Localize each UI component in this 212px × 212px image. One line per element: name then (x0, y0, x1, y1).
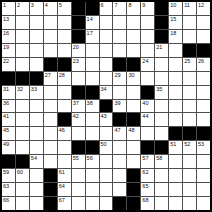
cell-r14c14[interactable] (183, 183, 196, 196)
black-cell-r14c4 (44, 183, 57, 196)
cell-r1c1[interactable]: 1 (2, 2, 15, 15)
cell-r7c3[interactable]: 33 (30, 86, 43, 99)
black-cell-r15c4 (44, 197, 57, 210)
cell-r8c6[interactable]: 37 (72, 100, 85, 113)
clue-number: 18 (170, 30, 176, 36)
cell-r2c7[interactable]: 14 (86, 16, 99, 29)
cell-r2c4[interactable] (44, 16, 57, 29)
black-cell-r11c7 (86, 141, 99, 154)
cell-r12c14[interactable] (183, 155, 196, 168)
cell-r11c2[interactable] (16, 141, 29, 154)
black-cell-r10c14 (183, 127, 196, 140)
cell-r15c6[interactable] (72, 197, 85, 210)
clue-number: 64 (59, 183, 65, 189)
cell-r6c7[interactable] (86, 72, 99, 85)
cell-r15c13[interactable] (169, 197, 182, 210)
cell-r11c15[interactable]: 53 (197, 141, 210, 154)
black-cell-r13c4 (44, 169, 57, 182)
clue-number: 48 (128, 127, 134, 133)
clue-number: 58 (156, 155, 162, 161)
cell-r3c5[interactable] (58, 30, 71, 43)
cell-r10c10[interactable]: 48 (127, 127, 140, 140)
cell-r8c10[interactable] (127, 100, 140, 113)
cell-r8c5[interactable] (58, 100, 71, 113)
cell-r12c9[interactable] (113, 155, 126, 168)
black-cell-r11c11 (141, 141, 154, 154)
cell-r6c11[interactable] (141, 72, 154, 85)
cell-r13c12[interactable] (155, 169, 168, 182)
clue-number: 19 (3, 44, 9, 50)
cell-r9c12[interactable] (155, 113, 168, 126)
cell-r3c10[interactable] (127, 30, 140, 43)
clue-number: 32 (17, 86, 23, 92)
clue-number: 47 (114, 127, 120, 133)
cell-r1c5[interactable]: 5 (58, 2, 71, 15)
cell-r10c6[interactable] (72, 127, 85, 140)
cell-r10c3[interactable] (30, 127, 43, 140)
cell-r8c14[interactable] (183, 100, 196, 113)
black-cell-r15c10 (127, 197, 140, 210)
cell-r11c3[interactable] (30, 141, 43, 154)
clue-number: 67 (59, 197, 65, 203)
clue-number: 33 (31, 86, 37, 92)
cell-r6c14[interactable] (183, 72, 196, 85)
cell-r1c11[interactable]: 9 (141, 2, 154, 15)
cell-r5c11[interactable]: 24 (141, 58, 154, 71)
cell-r4c11[interactable] (141, 44, 154, 57)
cell-r13c7[interactable] (86, 169, 99, 182)
black-cell-r6c2 (16, 72, 29, 85)
black-cell-r13c10 (127, 169, 140, 182)
cell-r1c13[interactable]: 10 (169, 2, 182, 15)
black-cell-r9c9 (113, 113, 126, 126)
black-cell-r4c14 (183, 44, 196, 57)
cell-r10c9[interactable]: 47 (113, 127, 126, 140)
clue-number: 66 (3, 197, 9, 203)
clue-number: 22 (3, 58, 9, 64)
clue-number: 5 (59, 2, 62, 8)
cell-r7c9[interactable] (113, 86, 126, 99)
clue-number: 4 (45, 2, 48, 8)
clue-number: 60 (17, 169, 23, 175)
clue-number: 1 (3, 2, 6, 8)
cell-r6c12[interactable] (155, 72, 168, 85)
clue-number: 54 (31, 155, 37, 161)
clue-number: 62 (142, 169, 148, 175)
clue-number: 2 (17, 2, 20, 8)
cell-r15c3[interactable] (30, 197, 43, 210)
clue-number: 39 (114, 100, 120, 106)
clue-number: 44 (142, 113, 148, 119)
black-cell-r9c5 (58, 113, 71, 126)
cell-r3c1[interactable]: 16 (2, 30, 15, 43)
clue-number: 17 (87, 30, 93, 36)
cell-r9c8[interactable]: 43 (100, 113, 113, 126)
cell-r9c4[interactable] (44, 113, 57, 126)
clue-number: 16 (3, 30, 9, 36)
cell-r9c2[interactable] (16, 113, 29, 126)
cell-r3c14[interactable] (183, 30, 196, 43)
cell-r5c8[interactable] (100, 58, 113, 71)
cell-r11c9[interactable] (113, 141, 126, 154)
cell-r14c2[interactable] (16, 183, 29, 196)
black-cell-r15c9 (113, 197, 126, 210)
cell-r1c15[interactable]: 12 (197, 2, 210, 15)
clue-number: 55 (73, 155, 79, 161)
clue-number: 11 (184, 2, 190, 8)
cell-r13c9[interactable] (113, 169, 126, 182)
cell-r7c13[interactable] (169, 86, 182, 99)
clue-number: 57 (142, 155, 148, 161)
cell-r7c4[interactable] (44, 86, 57, 99)
black-cell-r6c3 (30, 72, 43, 85)
cell-r12c12[interactable]: 58 (155, 155, 168, 168)
cell-r2c5[interactable] (58, 16, 71, 29)
clue-number: 65 (142, 183, 148, 189)
cell-r15c2[interactable] (16, 197, 29, 210)
cell-r4c1[interactable]: 19 (2, 44, 15, 57)
cell-r13c8[interactable] (100, 169, 113, 182)
cell-r7c15[interactable] (197, 86, 210, 99)
clue-number: 3 (31, 2, 34, 8)
cell-r1c8[interactable]: 6 (100, 2, 113, 15)
clue-number: 36 (3, 100, 9, 106)
cell-r2c2[interactable] (16, 16, 29, 29)
cell-r12c6[interactable]: 55 (72, 155, 85, 168)
cell-r5c14[interactable]: 25 (183, 58, 196, 71)
cell-r4c5[interactable] (58, 44, 71, 57)
cell-r6c6[interactable] (72, 72, 85, 85)
black-cell-r8c8 (100, 100, 113, 113)
black-cell-r12c1 (2, 155, 15, 168)
black-cell-r11c12 (155, 141, 168, 154)
cell-r6c10[interactable]: 30 (127, 72, 140, 85)
black-cell-r5c4 (44, 58, 57, 71)
black-cell-r12c2 (16, 155, 29, 168)
cell-r14c12[interactable] (155, 183, 168, 196)
cell-r10c4[interactable] (44, 127, 57, 140)
clue-number: 10 (170, 2, 176, 8)
clue-number: 50 (101, 141, 107, 147)
clue-number: 24 (142, 58, 148, 64)
cell-r9c14[interactable] (183, 113, 196, 126)
cell-r5c15[interactable]: 26 (197, 58, 210, 71)
cell-r12c5[interactable] (58, 155, 71, 168)
black-cell-r2c12 (155, 16, 168, 29)
cell-r2c11[interactable] (141, 16, 154, 29)
cell-r12c13[interactable] (169, 155, 182, 168)
cell-r8c3[interactable] (30, 100, 43, 113)
cell-r12c4[interactable] (44, 155, 57, 168)
black-cell-r1c12 (155, 2, 168, 15)
cell-r7c5[interactable] (58, 86, 71, 99)
cell-r3c8[interactable] (100, 30, 113, 43)
cell-r10c1[interactable]: 45 (2, 127, 15, 140)
cell-r10c8[interactable] (100, 127, 113, 140)
cell-r7c1[interactable]: 31 (2, 86, 15, 99)
clue-number: 14 (87, 16, 93, 22)
cell-r5c13[interactable] (169, 58, 182, 71)
cell-r11c14[interactable]: 52 (183, 141, 196, 154)
cell-r14c1[interactable]: 63 (2, 183, 15, 196)
cell-r10c5[interactable]: 46 (58, 127, 71, 140)
cell-r14c9[interactable] (113, 183, 126, 196)
cell-r13c15[interactable] (197, 169, 210, 182)
cell-r4c13[interactable] (169, 44, 182, 57)
cell-r8c4[interactable] (44, 100, 57, 113)
clue-number: 26 (198, 58, 204, 64)
cell-r4c9[interactable] (113, 44, 126, 57)
cell-r11c1[interactable]: 49 (2, 141, 15, 154)
cell-r2c15[interactable] (197, 16, 210, 29)
cell-r10c11[interactable] (141, 127, 154, 140)
cell-r1c14[interactable]: 11 (183, 2, 196, 15)
cell-r6c4[interactable]: 27 (44, 72, 57, 85)
clue-number: 27 (45, 72, 51, 78)
cell-r14c6[interactable] (72, 183, 85, 196)
clue-number: 45 (3, 127, 9, 133)
cell-r5c3[interactable] (30, 58, 43, 71)
cell-r12c7[interactable]: 56 (86, 155, 99, 168)
cell-r3c15[interactable] (197, 30, 210, 43)
cell-r12c10[interactable] (127, 155, 140, 168)
black-cell-r5c10 (127, 58, 140, 71)
cell-r14c5[interactable]: 64 (58, 183, 71, 196)
cell-r3c4[interactable] (44, 30, 57, 43)
cell-r6c15[interactable] (197, 72, 210, 85)
cell-r7c10[interactable] (127, 86, 140, 99)
clue-number: 59 (3, 169, 9, 175)
cell-r4c10[interactable] (127, 44, 140, 57)
cell-r2c14[interactable] (183, 16, 196, 29)
clue-number: 13 (3, 16, 9, 22)
cell-r1c9[interactable]: 7 (113, 2, 126, 15)
cell-r5c1[interactable]: 22 (2, 58, 15, 71)
black-cell-r11c6 (72, 141, 85, 154)
cell-r11c13[interactable]: 51 (169, 141, 182, 154)
cell-r14c7[interactable] (86, 183, 99, 196)
cell-r8c2[interactable] (16, 100, 29, 113)
cell-r5c2[interactable] (16, 58, 29, 71)
black-cell-r1c6 (72, 2, 85, 15)
cell-r4c3[interactable] (30, 44, 43, 57)
clue-number: 35 (156, 86, 162, 92)
cell-r3c9[interactable] (113, 30, 126, 43)
cell-r8c1[interactable]: 36 (2, 100, 15, 113)
cell-r11c8[interactable]: 50 (100, 141, 113, 154)
cell-r6c13[interactable] (169, 72, 182, 85)
clue-number: 38 (87, 100, 93, 106)
cell-r14c8[interactable] (100, 183, 113, 196)
cell-r3c13[interactable]: 18 (169, 30, 182, 43)
clue-number: 9 (142, 2, 145, 8)
black-cell-r9c10 (127, 113, 140, 126)
cell-r1c2[interactable]: 2 (16, 2, 29, 15)
cell-r2c1[interactable]: 13 (2, 16, 15, 29)
cell-r15c7[interactable] (86, 197, 99, 210)
black-cell-r5c5 (58, 58, 71, 71)
cell-r14c13[interactable] (169, 183, 182, 196)
crossword-grid: 1234567891011121314151617181920212223242… (0, 0, 212, 212)
black-cell-r14c10 (127, 183, 140, 196)
cell-r15c5[interactable]: 67 (58, 197, 71, 210)
black-cell-r7c11 (141, 86, 154, 99)
black-cell-r3c12 (155, 30, 168, 43)
cell-r14c15[interactable] (197, 183, 210, 196)
cell-r4c6[interactable]: 20 (72, 44, 85, 57)
cell-r8c7[interactable]: 38 (86, 100, 99, 113)
clue-number: 42 (73, 113, 79, 119)
clue-number: 40 (142, 100, 148, 106)
cell-r14c11[interactable]: 65 (141, 183, 154, 196)
cell-r4c12[interactable]: 21 (155, 44, 168, 57)
cell-r11c4[interactable] (44, 141, 57, 154)
cell-r5c7[interactable] (86, 58, 99, 71)
clue-number: 23 (73, 58, 79, 64)
cell-r4c7[interactable] (86, 44, 99, 57)
clue-number: 20 (73, 44, 79, 50)
clue-number: 31 (3, 86, 9, 92)
cell-r3c3[interactable] (30, 30, 43, 43)
cell-r8c12[interactable] (155, 100, 168, 113)
cell-r2c13[interactable]: 15 (169, 16, 182, 29)
clue-number: 12 (198, 2, 204, 8)
cell-r2c3[interactable] (30, 16, 43, 29)
cell-r3c2[interactable] (16, 30, 29, 43)
cell-r15c15[interactable] (197, 197, 210, 210)
black-cell-r1c7 (86, 2, 99, 15)
cell-r9c15[interactable] (197, 113, 210, 126)
clue-number: 6 (101, 2, 104, 8)
cell-r6c5[interactable]: 28 (58, 72, 71, 85)
cell-r9c6[interactable]: 42 (72, 113, 85, 126)
clue-number: 43 (101, 113, 107, 119)
black-cell-r4c15 (197, 44, 210, 57)
clue-number: 37 (73, 100, 79, 106)
black-cell-r3c6 (72, 30, 85, 43)
cell-r2c10[interactable] (127, 16, 140, 29)
cell-r13c3[interactable] (30, 169, 43, 182)
cell-r15c12[interactable] (155, 197, 168, 210)
cell-r11c5[interactable] (58, 141, 71, 154)
cell-r2c8[interactable] (100, 16, 113, 29)
black-cell-r2c6 (72, 16, 85, 29)
cell-r7c2[interactable]: 32 (16, 86, 29, 99)
cell-r9c3[interactable] (30, 113, 43, 126)
cell-r4c2[interactable] (16, 44, 29, 57)
clue-number: 68 (142, 197, 148, 203)
clue-number: 28 (59, 72, 65, 78)
clue-number: 46 (59, 127, 65, 133)
clue-number: 52 (184, 141, 190, 147)
cell-r13c14[interactable] (183, 169, 196, 182)
cell-r5c6[interactable]: 23 (72, 58, 85, 71)
cell-r13c5[interactable]: 61 (58, 169, 71, 182)
cell-r15c1[interactable]: 66 (2, 197, 15, 210)
clue-number: 41 (3, 113, 9, 119)
cell-r5c12[interactable] (155, 58, 168, 71)
black-cell-r7c6 (72, 86, 85, 99)
clue-number: 61 (59, 169, 65, 175)
clue-number: 30 (128, 72, 134, 78)
clue-number: 63 (3, 183, 9, 189)
clue-number: 7 (114, 2, 117, 8)
cell-r13c13[interactable] (169, 169, 182, 182)
clue-number: 53 (198, 141, 204, 147)
cell-r8c9[interactable]: 39 (113, 100, 126, 113)
cell-r7c8[interactable]: 34 (100, 86, 113, 99)
cell-r9c7[interactable] (86, 113, 99, 126)
clue-number: 34 (101, 86, 107, 92)
cell-r13c2[interactable]: 60 (16, 169, 29, 182)
cell-r15c14[interactable] (183, 197, 196, 210)
cell-r4c8[interactable] (100, 44, 113, 57)
clue-number: 21 (156, 44, 162, 50)
cell-r12c8[interactable] (100, 155, 113, 168)
cell-r12c3[interactable]: 54 (30, 155, 43, 168)
cell-r11c10[interactable] (127, 141, 140, 154)
black-cell-r6c1 (2, 72, 15, 85)
cell-r13c6[interactable] (72, 169, 85, 182)
cell-r1c3[interactable]: 3 (30, 2, 43, 15)
cell-r12c11[interactable]: 57 (141, 155, 154, 168)
cell-r6c9[interactable]: 29 (113, 72, 126, 85)
black-cell-r10c15 (197, 127, 210, 140)
cell-r7c14[interactable] (183, 86, 196, 99)
black-cell-r5c9 (113, 58, 126, 71)
cell-r4c4[interactable] (44, 44, 57, 57)
cell-r9c13[interactable] (169, 113, 182, 126)
clue-number: 8 (128, 2, 131, 8)
cell-r3c7[interactable]: 17 (86, 30, 99, 43)
clue-number: 29 (114, 72, 120, 78)
cell-r15c11[interactable]: 68 (141, 197, 154, 210)
cell-r13c1[interactable]: 59 (2, 169, 15, 182)
black-cell-r7c7 (86, 86, 99, 99)
clue-number: 51 (170, 141, 176, 147)
cell-r8c11[interactable]: 40 (141, 100, 154, 113)
clue-number: 49 (3, 141, 9, 147)
clue-number: 25 (184, 58, 190, 64)
cell-r7c12[interactable]: 35 (155, 86, 168, 99)
cell-r12c15[interactable] (197, 155, 210, 168)
clue-number: 15 (170, 16, 176, 22)
cell-r1c10[interactable]: 8 (127, 2, 140, 15)
cell-r2c9[interactable] (113, 16, 126, 29)
cell-r8c13[interactable] (169, 100, 182, 113)
cell-r9c11[interactable]: 44 (141, 113, 154, 126)
cell-r6c8[interactable] (100, 72, 113, 85)
cell-r1c4[interactable]: 4 (44, 2, 57, 15)
cell-r14c3[interactable] (30, 183, 43, 196)
clue-number: 56 (87, 155, 93, 161)
cell-r10c12[interactable] (155, 127, 168, 140)
cell-r3c11[interactable] (141, 30, 154, 43)
cell-r13c11[interactable]: 62 (141, 169, 154, 182)
cell-r8c15[interactable] (197, 100, 210, 113)
cell-r10c7[interactable] (86, 127, 99, 140)
cell-r10c2[interactable] (16, 127, 29, 140)
cell-r15c8[interactable] (100, 197, 113, 210)
cell-r9c1[interactable]: 41 (2, 113, 15, 126)
black-cell-r10c13 (169, 127, 182, 140)
